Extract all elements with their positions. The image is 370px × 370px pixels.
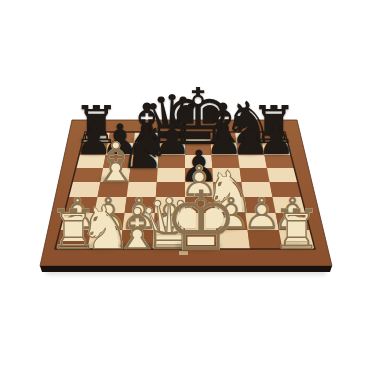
square-g2 [245, 213, 278, 230]
square-h1 [279, 230, 315, 249]
square-f1 [216, 230, 250, 249]
square-c8 [134, 132, 160, 143]
square-d4 [156, 182, 185, 197]
square-e5 [185, 168, 213, 182]
square-f4 [213, 182, 243, 197]
square-b4 [98, 182, 129, 197]
square-g6 [238, 155, 267, 168]
square-a1 [55, 230, 91, 249]
square-h4 [270, 182, 302, 197]
square-g1 [248, 230, 283, 249]
square-e7 [185, 143, 211, 155]
square-g7 [236, 143, 264, 155]
square-d8 [159, 132, 185, 143]
square-h5 [267, 168, 298, 182]
square-e1 [185, 230, 217, 249]
square-c3 [125, 197, 156, 213]
square-b6 [103, 155, 132, 168]
square-f7 [211, 143, 238, 155]
square-c6 [130, 155, 158, 168]
square-b5 [100, 168, 130, 182]
square-a8 [82, 132, 110, 143]
square-e2 [185, 213, 216, 230]
square-b7 [106, 143, 134, 155]
square-c4 [127, 182, 157, 197]
square-h6 [264, 155, 294, 168]
square-h8 [260, 132, 288, 143]
square-a4 [68, 182, 100, 197]
square-d7 [159, 143, 185, 155]
square-f3 [214, 197, 245, 213]
square-e8 [185, 132, 211, 143]
square-b8 [108, 132, 135, 143]
square-h7 [262, 143, 291, 155]
square-f8 [210, 132, 236, 143]
board-edge [40, 266, 332, 272]
brand-plaque [179, 251, 188, 255]
square-g4 [241, 182, 272, 197]
square-f6 [211, 155, 239, 168]
square-g8 [235, 132, 262, 143]
square-a2 [60, 213, 95, 230]
square-d6 [158, 155, 185, 168]
square-a5 [72, 168, 103, 182]
square-e6 [185, 155, 212, 168]
square-e3 [185, 197, 215, 213]
square-h3 [272, 197, 305, 213]
square-c7 [132, 143, 159, 155]
chess-board [0, 0, 370, 370]
square-g5 [240, 168, 270, 182]
square-h2 [276, 213, 311, 230]
square-d2 [154, 213, 185, 230]
square-f2 [215, 213, 247, 230]
square-f5 [212, 168, 241, 182]
square-d1 [153, 230, 185, 249]
square-d3 [155, 197, 185, 213]
square-d5 [157, 168, 185, 182]
square-b3 [94, 197, 126, 213]
square-a3 [64, 197, 97, 213]
square-a6 [76, 155, 106, 168]
square-c1 [120, 230, 154, 249]
square-b2 [91, 213, 124, 230]
square-g3 [243, 197, 275, 213]
square-e4 [185, 182, 214, 197]
square-a7 [79, 143, 108, 155]
square-c5 [129, 168, 158, 182]
chess-board-photo: ♜♝♛♚♝♞♜♟♟♟♟♟♟♟♞♟♝♗♟♙♞♘♟♙♟♙♟♙♟♙♟♙♟♙♟♙♜♖♞♘… [0, 0, 370, 370]
square-b1 [88, 230, 123, 249]
square-c2 [122, 213, 154, 230]
